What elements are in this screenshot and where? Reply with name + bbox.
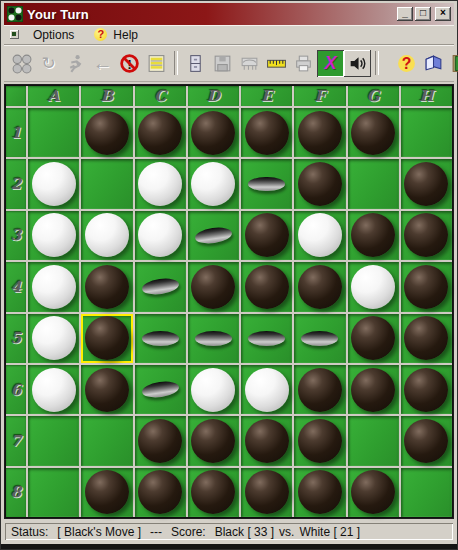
sound-toggle-button[interactable] — [344, 50, 371, 77]
reversi-board: ABCDEFGH12345678 — [6, 86, 452, 517]
black-disc — [191, 265, 235, 309]
flipping-disc — [141, 380, 180, 400]
black-disc — [85, 470, 129, 514]
four-discs-icon — [11, 53, 32, 74]
cell-f7[interactable] — [294, 416, 345, 465]
cabinet-icon — [185, 53, 206, 74]
cell-d3[interactable] — [188, 211, 239, 260]
evaluation-board-icon — [239, 53, 260, 74]
cell-c4[interactable] — [135, 262, 186, 311]
black-disc — [351, 213, 395, 257]
cell-e5[interactable] — [241, 314, 292, 363]
flipping-disc — [195, 331, 232, 346]
floppy-icon — [212, 53, 233, 74]
black-disc — [351, 111, 395, 155]
cell-c5[interactable] — [135, 314, 186, 363]
flipping-disc — [141, 277, 180, 297]
cell-f5[interactable] — [294, 314, 345, 363]
cell-c1[interactable] — [135, 108, 186, 157]
col-label-d: D — [188, 86, 239, 106]
cell-f1[interactable] — [294, 108, 345, 157]
help-button[interactable]: ? — [393, 50, 420, 77]
flipping-disc — [301, 331, 338, 346]
cell-g2[interactable] — [348, 159, 399, 208]
white-disc — [245, 368, 289, 412]
cell-g3[interactable] — [348, 211, 399, 260]
restart-button[interactable]: ↻ — [35, 50, 62, 77]
score-label: Score: — [171, 525, 206, 539]
cell-b6[interactable] — [81, 365, 132, 414]
toolbar-separator — [375, 51, 379, 75]
cell-g7[interactable] — [348, 416, 399, 465]
close-button[interactable]: × — [435, 7, 451, 21]
cell-a2[interactable] — [28, 159, 79, 208]
white-disc — [138, 213, 182, 257]
black-disc — [245, 470, 289, 514]
cell-f6[interactable] — [294, 365, 345, 414]
flipping-disc — [142, 331, 179, 346]
cell-d5[interactable] — [188, 314, 239, 363]
cell-c6[interactable] — [135, 365, 186, 414]
file-cabinet-button[interactable] — [182, 50, 209, 77]
cell-b2[interactable] — [81, 159, 132, 208]
black-disc — [138, 419, 182, 463]
cell-h7[interactable] — [401, 416, 452, 465]
move-list-icon — [146, 53, 167, 74]
cell-f2[interactable] — [294, 159, 345, 208]
black-disc — [191, 470, 235, 514]
restart-icon: ↻ — [41, 55, 55, 72]
stop-icon: ! — [119, 53, 140, 74]
black-disc — [298, 368, 342, 412]
white-disc — [298, 213, 342, 257]
status-value: [ Black's Move ] — [57, 525, 141, 539]
maximize-button[interactable]: □ — [415, 7, 431, 21]
exit-button[interactable] — [447, 50, 458, 77]
book-icon — [423, 53, 444, 74]
white-disc — [85, 213, 129, 257]
title-bar[interactable]: Your Turn _ □ × — [4, 3, 454, 25]
printer-icon — [293, 53, 314, 74]
row-label-8: 8 — [6, 468, 26, 517]
cell-e7[interactable] — [241, 416, 292, 465]
x-marker-icon: X — [324, 54, 336, 72]
cell-h1[interactable] — [401, 108, 452, 157]
black-disc — [298, 111, 342, 155]
help-icon: ? — [396, 53, 417, 74]
col-label-b: B — [81, 86, 132, 106]
board-corner — [6, 86, 26, 106]
black-disc — [298, 419, 342, 463]
cell-e8[interactable] — [241, 468, 292, 517]
save-button[interactable] — [209, 50, 236, 77]
cell-e4[interactable] — [241, 262, 292, 311]
rules-book-button[interactable] — [420, 50, 447, 77]
row-label-3: 3 — [6, 211, 26, 260]
col-label-c: C — [135, 86, 186, 106]
cell-d8[interactable] — [188, 468, 239, 517]
cell-g4[interactable] — [348, 262, 399, 311]
black-disc — [298, 265, 342, 309]
flipping-disc — [194, 226, 233, 246]
row-label-7: 7 — [6, 416, 26, 465]
stop-button[interactable]: ! — [116, 50, 143, 77]
cell-e3[interactable] — [241, 211, 292, 260]
print-button[interactable] — [290, 50, 317, 77]
window-bottom-edge — [1, 544, 457, 549]
marker-toggle-button[interactable]: X — [317, 50, 344, 77]
col-label-g: G — [348, 86, 399, 106]
minimize-button[interactable]: _ — [397, 7, 413, 21]
menu-options[interactable]: Options — [27, 26, 80, 44]
col-label-a: A — [28, 86, 79, 106]
app-window: Your Turn _ □ × Options ? Help ↻ ← — [0, 0, 458, 550]
row-label-1: 1 — [6, 108, 26, 157]
black-disc — [138, 111, 182, 155]
svg-text:?: ? — [402, 54, 412, 71]
black-disc — [298, 162, 342, 206]
col-label-f: F — [294, 86, 345, 106]
cell-b8[interactable] — [81, 468, 132, 517]
col-label-e: E — [241, 86, 292, 106]
ruler-button[interactable] — [263, 50, 290, 77]
status-field: Status: [ Black's Move ] --- Score: Blac… — [5, 523, 453, 540]
exit-door-icon — [450, 53, 458, 74]
row-label-2: 2 — [6, 159, 26, 208]
score-black: Black [ 33 ] — [215, 525, 274, 539]
board-frame: ABCDEFGH12345678 — [4, 84, 454, 519]
cell-c2[interactable] — [135, 159, 186, 208]
black-disc — [404, 265, 448, 309]
black-disc — [351, 368, 395, 412]
cell-f4[interactable] — [294, 262, 345, 311]
cell-d7[interactable] — [188, 416, 239, 465]
black-disc — [85, 316, 129, 360]
cell-d2[interactable] — [188, 159, 239, 208]
white-disc — [32, 265, 76, 309]
black-disc — [85, 265, 129, 309]
col-label-h: H — [401, 86, 452, 106]
cell-a8[interactable] — [28, 468, 79, 517]
flipping-disc — [248, 331, 285, 346]
cell-d6[interactable] — [188, 365, 239, 414]
white-disc — [32, 162, 76, 206]
black-disc — [404, 316, 448, 360]
black-disc — [404, 368, 448, 412]
cell-h6[interactable] — [401, 365, 452, 414]
cell-a4[interactable] — [28, 262, 79, 311]
white-disc — [191, 162, 235, 206]
cell-h5[interactable] — [401, 314, 452, 363]
white-disc — [32, 316, 76, 360]
black-disc — [245, 213, 289, 257]
white-disc — [32, 368, 76, 412]
cell-h4[interactable] — [401, 262, 452, 311]
app-icon — [7, 6, 23, 22]
score-white: White [ 21 ] — [299, 525, 360, 539]
cell-b4[interactable] — [81, 262, 132, 311]
toolbar-separator — [174, 51, 178, 75]
cell-b5[interactable] — [81, 314, 132, 363]
black-disc — [245, 111, 289, 155]
cell-e1[interactable] — [241, 108, 292, 157]
black-disc — [404, 162, 448, 206]
window-title: Your Turn — [27, 7, 395, 22]
black-disc — [138, 470, 182, 514]
cell-f3[interactable] — [294, 211, 345, 260]
cell-h2[interactable] — [401, 159, 452, 208]
undo-button[interactable]: ← — [89, 50, 116, 77]
white-disc — [191, 368, 235, 412]
ruler-icon — [266, 53, 287, 74]
cell-b3[interactable] — [81, 211, 132, 260]
status-separator: --- — [150, 525, 162, 539]
cell-a1[interactable] — [28, 108, 79, 157]
cell-d1[interactable] — [188, 108, 239, 157]
score-vs: vs. — [279, 525, 294, 539]
white-disc — [138, 162, 182, 206]
cell-c7[interactable] — [135, 416, 186, 465]
black-disc — [351, 316, 395, 360]
cell-d4[interactable] — [188, 262, 239, 311]
cell-c3[interactable] — [135, 211, 186, 260]
menu-help[interactable]: Help — [107, 26, 144, 44]
undo-arrow-icon: ← — [93, 53, 113, 73]
move-history-button[interactable] — [143, 50, 170, 77]
cell-e6[interactable] — [241, 365, 292, 414]
runner-icon — [65, 53, 86, 74]
cell-g1[interactable] — [348, 108, 399, 157]
cell-g5[interactable] — [348, 314, 399, 363]
menu-grip-icon — [10, 30, 19, 39]
white-disc — [351, 265, 395, 309]
flipping-disc — [248, 177, 285, 192]
black-disc — [85, 368, 129, 412]
status-bar: Status: [ Black's Move ] --- Score: Blac… — [4, 520, 454, 544]
cell-a7[interactable] — [28, 416, 79, 465]
white-disc — [32, 213, 76, 257]
black-disc — [191, 419, 235, 463]
black-disc — [191, 111, 235, 155]
cell-f8[interactable] — [294, 468, 345, 517]
new-game-button[interactable] — [8, 50, 35, 77]
status-label: Status: — [11, 525, 48, 539]
menu-bar: Options ? Help — [4, 25, 454, 45]
speaker-icon — [347, 53, 368, 74]
cell-e2[interactable] — [241, 159, 292, 208]
evaluation-button[interactable] — [236, 50, 263, 77]
black-disc — [351, 470, 395, 514]
row-label-4: 4 — [6, 262, 26, 311]
cell-a5[interactable] — [28, 314, 79, 363]
black-disc — [404, 419, 448, 463]
toolbar: ↻ ← ! — [4, 45, 454, 82]
auto-move-button[interactable] — [62, 50, 89, 77]
cell-a6[interactable] — [28, 365, 79, 414]
cell-a3[interactable] — [28, 211, 79, 260]
cell-h3[interactable] — [401, 211, 452, 260]
black-disc — [404, 213, 448, 257]
black-disc — [245, 419, 289, 463]
help-question-icon: ? — [94, 28, 107, 41]
cell-g6[interactable] — [348, 365, 399, 414]
cell-h8[interactable] — [401, 468, 452, 517]
row-label-5: 5 — [6, 314, 26, 363]
cell-c8[interactable] — [135, 468, 186, 517]
cell-b7[interactable] — [81, 416, 132, 465]
cell-b1[interactable] — [81, 108, 132, 157]
black-disc — [245, 265, 289, 309]
black-disc — [85, 111, 129, 155]
black-disc — [298, 470, 342, 514]
row-label-6: 6 — [6, 365, 26, 414]
cell-g8[interactable] — [348, 468, 399, 517]
